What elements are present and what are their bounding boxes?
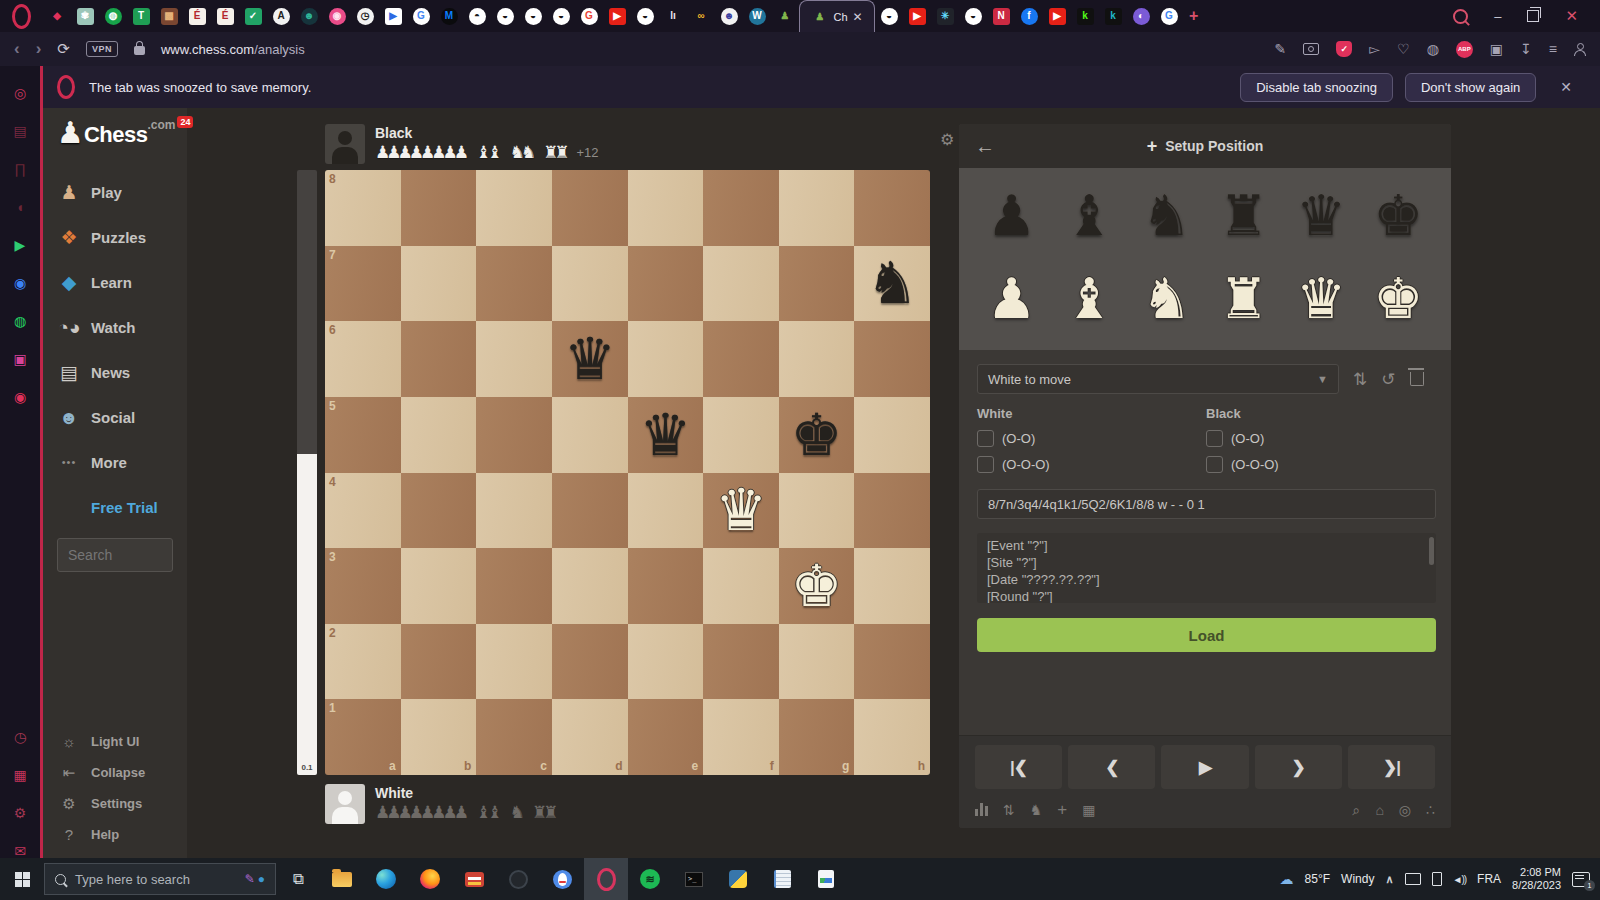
tab-dribbble[interactable]: ◉ xyxy=(323,0,351,32)
square-e6[interactable] xyxy=(628,321,704,397)
tab-green-app[interactable]: ◍ xyxy=(99,0,127,32)
square-e1[interactable]: e xyxy=(628,699,704,775)
checkbox[interactable] xyxy=(977,456,994,473)
taskbar-app-perf[interactable] xyxy=(804,858,848,900)
sidebar-footer-collapse[interactable]: ⇤ Collapse xyxy=(57,757,187,788)
captured-p-group: ♟♟♟♟♟♟♟♟ xyxy=(375,802,469,823)
adblock-shield-icon[interactable]: ✓ xyxy=(1336,41,1352,57)
castle-black-kingside[interactable]: (O-O) xyxy=(1206,430,1433,447)
react-favicon: ✳ xyxy=(937,8,954,25)
active-tab-label: Ch xyxy=(833,11,847,23)
tab-clock-app[interactable]: ◷ xyxy=(351,0,379,32)
taskbar-app-spotify[interactable]: ≋ xyxy=(628,858,672,900)
rail-settings-icon[interactable]: ⚙ xyxy=(14,806,27,820)
square-c5[interactable] xyxy=(476,397,552,473)
last-move-button[interactable]: ❯| xyxy=(1348,745,1435,789)
palette-white-p[interactable]: ♟ xyxy=(973,257,1050,340)
square-d7[interactable] xyxy=(552,246,628,322)
logo-pawn-icon: ♟ xyxy=(57,118,84,148)
captured-b-group: ♝♝ xyxy=(476,142,502,163)
rail-twitch-icon[interactable]: ∏ xyxy=(14,162,26,176)
square-f7[interactable] xyxy=(703,246,779,322)
new-tab-button[interactable]: + xyxy=(1189,7,1198,25)
tab-person-circle[interactable]: ☻ xyxy=(715,0,743,32)
rail-green-messenger-icon[interactable]: ▶ xyxy=(15,238,26,252)
tab-google[interactable]: G xyxy=(407,0,435,32)
tab-kick-green[interactable]: k xyxy=(1071,0,1099,32)
palette-black-n[interactable]: ♞ xyxy=(1128,174,1205,257)
chesscom-favicon: ♟ xyxy=(811,8,828,25)
infinity-gold-favicon: ∞ xyxy=(693,8,710,25)
square-e7[interactable] xyxy=(628,246,704,322)
setup-position-panel: ← + Setup Position ♟♝♞♜♛♚♟♝♞♜♛♚ White to… xyxy=(959,124,1451,828)
lc-tab-favicon: lı xyxy=(665,8,682,25)
square-a8[interactable]: 8 xyxy=(325,170,401,246)
tab-react[interactable]: ✳ xyxy=(931,0,959,32)
square-b3[interactable] xyxy=(401,548,477,624)
vpn-badge[interactable]: VPN xyxy=(86,41,118,57)
tab-youtube-2[interactable]: ▶ xyxy=(903,0,931,32)
snooze-close-icon[interactable]: ✕ xyxy=(1560,79,1572,95)
sidebar-footer-help[interactable]: ? Help xyxy=(57,819,187,850)
palette-black-p[interactable]: ♟ xyxy=(973,174,1050,257)
square-b1[interactable]: b xyxy=(401,699,477,775)
sidebar-footer-settings[interactable]: ⚙ Settings xyxy=(57,788,187,819)
black-avatar[interactable] xyxy=(325,124,365,164)
taskbar-app-cmd[interactable]: >_ xyxy=(672,858,716,900)
rail-youtube-player-icon[interactable]: ◉ xyxy=(14,390,26,404)
github-4-favicon: ◒ xyxy=(637,8,654,25)
palette-white-b[interactable]: ♝ xyxy=(1050,257,1127,340)
share-icon[interactable]: ∴ xyxy=(1426,803,1435,817)
notification-count-badge: 1 xyxy=(1584,880,1595,891)
youtube-2-favicon: ▶ xyxy=(909,8,926,25)
white-player-name: White xyxy=(375,785,558,801)
black-q-piece[interactable]: ♛ xyxy=(639,406,691,464)
square-c6[interactable] xyxy=(476,321,552,397)
taskbar-app-task-view[interactable]: ⧉ xyxy=(276,858,320,900)
cube-icon[interactable]: ▣ xyxy=(1490,42,1503,56)
square-a6[interactable]: 6 xyxy=(325,321,401,397)
checkbox[interactable] xyxy=(977,430,994,447)
tab-mui[interactable]: M xyxy=(435,0,463,32)
square-e8[interactable] xyxy=(628,170,704,246)
chesscom-page: ♟ Chess .com 24 ♟ Play❖ Puzzles◆ Learn◔◕… xyxy=(43,108,1600,858)
tab-check-green[interactable]: ✓ xyxy=(239,0,267,32)
palette-black-r[interactable]: ♜ xyxy=(1205,174,1282,257)
library-icon[interactable]: ⌂ xyxy=(1375,803,1383,817)
square-h7[interactable]: ♞ xyxy=(854,246,930,322)
sidebar-item-watch[interactable]: ◔◕ Watch xyxy=(57,305,187,350)
taskbar-search[interactable]: Type here to search ✎● xyxy=(44,863,276,895)
rail-history-icon[interactable]: ◷ xyxy=(14,730,26,744)
rank-label: 1 xyxy=(329,701,336,715)
a-circle-favicon: A xyxy=(273,8,290,25)
gx-gamepad-favicon: ◆ xyxy=(49,8,66,25)
square-a2[interactable]: 2 xyxy=(325,624,401,700)
globe-dark-favicon: ◓ xyxy=(469,8,486,25)
disable-snoozing-button[interactable]: Disable tab snoozing xyxy=(1240,73,1393,102)
rail-chat-icon[interactable]: ✉ xyxy=(14,844,26,858)
rail-instagram-icon[interactable]: ▣ xyxy=(13,352,26,366)
square-f4[interactable]: ♛ xyxy=(703,473,779,549)
weather-temp[interactable]: 85°F xyxy=(1305,872,1330,886)
tab-globe-dark[interactable]: ◓ xyxy=(463,0,491,32)
white-k-piece[interactable]: ♚ xyxy=(791,557,843,615)
castle-white-kingside[interactable]: (O-O) xyxy=(977,430,1206,447)
tray-chevron-icon[interactable]: ∧ xyxy=(1385,873,1393,886)
close-window-button[interactable]: ✕ xyxy=(1565,7,1578,25)
pgn-scrollbar[interactable] xyxy=(1429,537,1434,565)
forward-icon[interactable]: › xyxy=(36,39,42,59)
square-e4[interactable] xyxy=(628,473,704,549)
castle-black-queenside[interactable]: (O-O-O) xyxy=(1206,456,1433,473)
square-c8[interactable] xyxy=(476,170,552,246)
chess-board[interactable]: 87♞6♛5♛♚4♛3♚21abcdefgh xyxy=(325,170,930,775)
square-g6[interactable] xyxy=(779,321,855,397)
square-b8[interactable] xyxy=(401,170,477,246)
file-label: b xyxy=(464,759,471,773)
square-e3[interactable] xyxy=(628,548,704,624)
board-editor-icon[interactable]: ▦ xyxy=(1082,803,1095,817)
square-c7[interactable] xyxy=(476,246,552,322)
tab-red-panel[interactable]: N xyxy=(987,0,1015,32)
square-f5[interactable] xyxy=(703,397,779,473)
white-q-piece[interactable]: ♛ xyxy=(715,481,767,539)
url-text[interactable]: www.chess.com/analysis xyxy=(161,42,305,57)
chesscom-logo[interactable]: ♟ Chess .com 24 xyxy=(57,118,187,152)
captured-n-group: ♞♞ xyxy=(509,142,535,163)
square-g3[interactable]: ♚ xyxy=(779,548,855,624)
square-g5[interactable]: ♚ xyxy=(779,397,855,473)
palette-white-q[interactable]: ♛ xyxy=(1282,257,1359,340)
sidebar-item-more[interactable]: ••• More xyxy=(57,440,187,485)
explorer-search-icon[interactable]: ⌕ xyxy=(1353,803,1361,817)
square-h4[interactable] xyxy=(854,473,930,549)
collapse-icon: ⇤ xyxy=(57,765,81,780)
square-h6[interactable] xyxy=(854,321,930,397)
square-g1[interactable]: g xyxy=(779,699,855,775)
tab-github-5[interactable]: ◒ xyxy=(875,0,903,32)
tab-lc-tab[interactable]: lı xyxy=(659,0,687,32)
square-b2[interactable] xyxy=(401,624,477,700)
tab-wordpress[interactable]: W xyxy=(743,0,771,32)
kick-green-favicon: k xyxy=(1077,8,1094,25)
square-d3[interactable] xyxy=(552,548,628,624)
clock[interactable]: 2:08 PM 8/28/2023 xyxy=(1512,866,1561,892)
taskbar-app-file-explorer[interactable] xyxy=(320,858,364,900)
google-2-favicon: G xyxy=(581,8,598,25)
notification-badge: 24 xyxy=(177,116,193,128)
palette-white-n[interactable]: ♞ xyxy=(1128,257,1205,340)
square-a1[interactable]: 1a xyxy=(325,699,401,775)
tab-close-icon[interactable]: ✕ xyxy=(853,10,863,24)
first-move-button[interactable]: |❮ xyxy=(975,745,1062,789)
opera-o-icon xyxy=(57,75,75,99)
square-d4[interactable] xyxy=(552,473,628,549)
snooze-banner: The tab was snoozed to save memory. Disa… xyxy=(43,66,1600,108)
checkbox[interactable] xyxy=(1206,456,1223,473)
white-avatar[interactable] xyxy=(325,784,365,824)
youtube-1-favicon: ▶ xyxy=(609,8,626,25)
abp-extension-icon[interactable]: ABP xyxy=(1456,41,1473,58)
search-decoration-icons: ✎● xyxy=(245,872,265,886)
tab-github-4[interactable]: ◒ xyxy=(631,0,659,32)
palette-black-b[interactable]: ♝ xyxy=(1050,174,1127,257)
black-q-piece[interactable]: ♛ xyxy=(564,330,616,388)
diamond-icon xyxy=(57,498,81,517)
castle-white-queenside[interactable]: (O-O-O) xyxy=(977,456,1206,473)
square-g8[interactable] xyxy=(779,170,855,246)
sidebar-item-learn[interactable]: ◆ Learn xyxy=(57,260,187,305)
square-b6[interactable] xyxy=(401,321,477,397)
add-icon[interactable]: + xyxy=(1057,801,1067,818)
chatgpt-favicon: ✾ xyxy=(77,8,94,25)
volume-icon[interactable]: ◄)) xyxy=(1453,874,1467,885)
palette-white-r[interactable]: ♜ xyxy=(1205,257,1282,340)
tab-search-icon[interactable] xyxy=(1453,9,1468,24)
dont-show-again-button[interactable]: Don't show again xyxy=(1405,73,1536,102)
load-button[interactable]: Load xyxy=(977,618,1436,652)
palette-black-q[interactable]: ♛ xyxy=(1282,174,1359,257)
sidebar-item-puzzles[interactable]: ❖ Puzzles xyxy=(57,215,187,260)
taskbar-app-python[interactable] xyxy=(716,858,760,900)
rail-whatsapp-icon[interactable]: ◍ xyxy=(14,314,26,328)
taskbar-app-toolbox[interactable] xyxy=(452,858,496,900)
sidebar-item-free-trial[interactable]: Free Trial xyxy=(57,485,187,530)
display-icon[interactable] xyxy=(1405,873,1421,885)
check-green-favicon: ✓ xyxy=(245,8,262,25)
language-indicator[interactable]: FRA xyxy=(1477,872,1501,886)
tab-youtube-3[interactable]: ▶ xyxy=(1043,0,1071,32)
tab-github-1[interactable]: ◒ xyxy=(491,0,519,32)
usb-icon[interactable] xyxy=(1432,872,1442,886)
minimize-button[interactable]: – xyxy=(1494,9,1501,24)
extension-icon[interactable]: ◍ xyxy=(1427,42,1439,56)
castling-options: White Black (O-O) (O-O) (O-O-O) xyxy=(977,406,1433,473)
flip-icon[interactable]: ⇅ xyxy=(1003,803,1015,817)
square-h3[interactable] xyxy=(854,548,930,624)
next-move-button[interactable]: ❯ xyxy=(1255,745,1342,789)
clock-app-favicon: ◷ xyxy=(357,8,374,25)
square-c2[interactable] xyxy=(476,624,552,700)
tab-chatgpt[interactable]: ✾ xyxy=(71,0,99,32)
square-a4[interactable]: 4 xyxy=(325,473,401,549)
reload-icon[interactable]: ⟳ xyxy=(57,40,70,58)
square-f1[interactable]: f xyxy=(703,699,779,775)
site-sidebar: ♟ Chess .com 24 ♟ Play❖ Puzzles◆ Learn◔◕… xyxy=(43,108,187,858)
move-navigation: |❮❮▶❯❯| xyxy=(975,745,1435,789)
evaluation-bar: 0.1 xyxy=(297,170,317,775)
rail-pinboards-icon[interactable]: ▦ xyxy=(13,768,26,782)
send-icon[interactable]: ▻ xyxy=(1369,42,1380,56)
qq-icon xyxy=(553,870,572,889)
tab-github-6[interactable]: ◒ xyxy=(959,0,987,32)
palette-white-k[interactable]: ♚ xyxy=(1360,257,1437,340)
square-a7[interactable]: 7 xyxy=(325,246,401,322)
bookmark-heart-icon[interactable]: ♡ xyxy=(1397,42,1410,56)
reset-board-icon[interactable]: ↺ xyxy=(1381,371,1395,388)
square-e2[interactable] xyxy=(628,624,704,700)
pgn-line: [Date "????.??.??"] xyxy=(987,571,1426,588)
square-d5[interactable] xyxy=(552,397,628,473)
magazine-e2-favicon: É xyxy=(217,8,234,25)
tab-play-blue[interactable]: ▶ xyxy=(379,0,407,32)
weather-icon[interactable]: ☁ xyxy=(1280,871,1294,887)
taskbar-app-qq[interactable] xyxy=(540,858,584,900)
taskbar-app-dark-app[interactable] xyxy=(496,858,540,900)
python-icon xyxy=(729,870,747,888)
file-label: d xyxy=(615,759,622,773)
edge-icon xyxy=(376,869,396,889)
snapshot-icon[interactable] xyxy=(1303,43,1319,55)
square-h1[interactable]: h xyxy=(854,699,930,775)
setup-title: Setup Position xyxy=(1165,138,1263,154)
black-k-piece[interactable]: ♚ xyxy=(791,406,843,464)
sidebar-search-input[interactable] xyxy=(57,538,173,572)
taskbar-app-notepad[interactable] xyxy=(760,858,804,900)
square-c1[interactable]: c xyxy=(476,699,552,775)
fen-input[interactable] xyxy=(977,489,1436,519)
square-c4[interactable] xyxy=(476,473,552,549)
sidebar-item-social[interactable]: ☻ Social xyxy=(57,395,187,440)
square-a5[interactable]: 5 xyxy=(325,397,401,473)
square-b7[interactable] xyxy=(401,246,477,322)
turn-select[interactable]: White to move ▼ xyxy=(977,364,1339,394)
tune-icon[interactable]: ≡ xyxy=(1549,42,1557,56)
lock-icon xyxy=(134,46,145,55)
square-e5[interactable]: ♛ xyxy=(628,397,704,473)
downloads-icon[interactable]: ↧ xyxy=(1520,42,1532,56)
tab-infinity-gold[interactable]: ∞ xyxy=(687,0,715,32)
square-d8[interactable] xyxy=(552,170,628,246)
file-label: h xyxy=(918,759,925,773)
windows-logo-icon xyxy=(15,872,30,887)
tab-google-2[interactable]: G xyxy=(575,0,603,32)
binoculars-icon: ◔◕ xyxy=(57,318,81,337)
sidebar-footer-light-ui[interactable]: ☼ Light UI xyxy=(57,726,187,757)
restore-button[interactable] xyxy=(1527,10,1539,22)
flip-board-icon[interactable]: ⇅ xyxy=(1353,371,1367,388)
edit-icon[interactable]: ✎ xyxy=(1275,42,1287,56)
taskbar-app-opera-gx[interactable] xyxy=(584,858,628,900)
tab-avatar-teal[interactable]: ☻ xyxy=(295,0,323,32)
back-arrow-icon[interactable]: ← xyxy=(975,135,995,158)
square-h2[interactable] xyxy=(854,624,930,700)
square-g2[interactable] xyxy=(779,624,855,700)
square-a3[interactable]: 3 xyxy=(325,548,401,624)
tab-trello[interactable]: T xyxy=(127,0,155,32)
rail-gx-corner-icon[interactable]: ◎ xyxy=(14,86,26,100)
square-f2[interactable] xyxy=(703,624,779,700)
rank-label: 5 xyxy=(329,399,336,413)
tab-facebook[interactable]: f xyxy=(1015,0,1043,32)
tab-strip: ◆✾◍T▩ÉÉ✓A☻◉◷▶GM◓◒◒◒G▶◒lı∞☻W♟♟ Ch ✕◒▶✳◒Nf… xyxy=(43,0,1183,32)
github-6-favicon: ◒ xyxy=(965,8,982,25)
rail-messenger-icon[interactable]: ◉ xyxy=(14,276,26,290)
checkbox[interactable] xyxy=(1206,430,1223,447)
rank-label: 7 xyxy=(329,248,336,262)
task-view-icon: ⧉ xyxy=(293,870,304,888)
analysis-chart-icon[interactable] xyxy=(975,803,988,816)
square-b5[interactable] xyxy=(401,397,477,473)
square-g7[interactable] xyxy=(779,246,855,322)
tab-photo-tab[interactable]: ▩ xyxy=(155,0,183,32)
screen: ◆✾◍T▩ÉÉ✓A☻◉◷▶GM◓◒◒◒G▶◒lı∞☻W♟♟ Ch ✕◒▶✳◒Nf… xyxy=(0,0,1600,900)
pgn-textarea[interactable]: [Event "?"][Site "?"][Date "????.??.??"]… xyxy=(977,533,1436,603)
firefox-icon xyxy=(420,869,440,889)
square-f3[interactable] xyxy=(703,548,779,624)
tab-github-3[interactable]: ◒ xyxy=(547,0,575,32)
github-1-favicon: ◒ xyxy=(497,8,514,25)
board-settings-gear-icon[interactable]: ⚙ xyxy=(940,130,954,149)
square-f6[interactable] xyxy=(703,321,779,397)
practice-target-icon[interactable]: ◎ xyxy=(1399,803,1411,817)
sidebar-item-news[interactable]: ▤ News xyxy=(57,350,187,395)
play-button[interactable]: ▶ xyxy=(1161,745,1248,789)
clear-board-icon[interactable] xyxy=(1410,372,1424,386)
rail-gx-booster-icon[interactable]: ▤ xyxy=(13,124,26,138)
taskbar-app-firefox[interactable] xyxy=(408,858,452,900)
captured-b-group: ♝♝ xyxy=(476,802,502,823)
palette-black-k[interactable]: ♚ xyxy=(1360,174,1437,257)
square-d1[interactable]: d xyxy=(552,699,628,775)
tab-magazine-e1[interactable]: É xyxy=(183,0,211,32)
square-f8[interactable] xyxy=(703,170,779,246)
taskbar-app-edge[interactable] xyxy=(364,858,408,900)
wordpress-favicon: W xyxy=(749,8,766,25)
weather-condition[interactable]: Windy xyxy=(1341,872,1374,886)
rank-label: 8 xyxy=(329,172,336,186)
black-n-piece[interactable]: ♞ xyxy=(866,254,918,312)
tab-magazine-e2[interactable]: É xyxy=(211,0,239,32)
player-row-white: White ♟♟♟♟♟♟♟♟♝♝♞♜♜ xyxy=(325,780,930,828)
tab-kick-teal[interactable]: k xyxy=(1099,0,1127,32)
square-h5[interactable] xyxy=(854,397,930,473)
opera-menu-icon[interactable] xyxy=(12,4,31,29)
sidebar-item-play[interactable]: ♟ Play xyxy=(57,170,187,215)
tab-github-2[interactable]: ◒ xyxy=(519,0,547,32)
play-blue-favicon: ▶ xyxy=(385,8,402,25)
tab-chesscom-active[interactable]: ♟ Ch ✕ xyxy=(799,0,875,33)
profile-icon[interactable] xyxy=(1574,43,1586,55)
action-center-icon[interactable]: 1 xyxy=(1572,872,1590,887)
square-d2[interactable] xyxy=(552,624,628,700)
rank-label: 4 xyxy=(329,475,336,489)
square-g4[interactable] xyxy=(779,473,855,549)
square-h8[interactable] xyxy=(854,170,930,246)
spotify-icon: ≋ xyxy=(640,869,660,889)
tab-youtube-1[interactable]: ▶ xyxy=(603,0,631,32)
chesscom-pawn-favicon: ♟ xyxy=(777,8,794,25)
tab-gx-gamepad[interactable]: ◆ xyxy=(43,0,71,32)
tab-google-3[interactable]: G xyxy=(1155,0,1183,32)
tab-purple-app[interactable]: ◐ xyxy=(1127,0,1155,32)
square-c3[interactable] xyxy=(476,548,552,624)
tab-a-circle[interactable]: A xyxy=(267,0,295,32)
prev-move-button[interactable]: ❮ xyxy=(1068,745,1155,789)
start-button[interactable] xyxy=(0,858,44,900)
square-b4[interactable] xyxy=(401,473,477,549)
threats-piece-icon[interactable]: ♞ xyxy=(1030,803,1043,817)
back-icon[interactable]: ‹ xyxy=(14,39,20,59)
pgn-line: [Site "?"] xyxy=(987,554,1426,571)
plus-icon: + xyxy=(1147,136,1158,157)
square-d6[interactable]: ♛ xyxy=(552,321,628,397)
tab-chesscom-pawn[interactable]: ♟ xyxy=(771,0,799,32)
piece-palette: ♟♝♞♜♛♚♟♝♞♜♛♚ xyxy=(959,168,1451,350)
rail-discord-icon[interactable]: ◖ xyxy=(16,200,24,214)
